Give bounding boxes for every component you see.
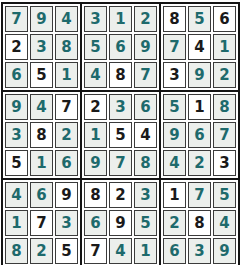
cell-r4c6[interactable]: 6 <box>134 94 157 120</box>
cell-r9c2[interactable]: 2 <box>30 238 53 264</box>
cell-r5c5[interactable]: 5 <box>109 122 132 148</box>
sudoku-box-1-3: 856741392 <box>161 4 238 90</box>
cell-r8c8[interactable]: 8 <box>188 210 211 236</box>
cell-r9c9[interactable]: 9 <box>213 238 236 264</box>
cell-r3c7[interactable]: 3 <box>163 62 186 88</box>
cell-r4c3[interactable]: 7 <box>55 94 78 120</box>
cell-r6c5[interactable]: 7 <box>109 150 132 176</box>
cell-r3c9[interactable]: 2 <box>213 62 236 88</box>
cell-r8c3[interactable]: 3 <box>55 210 78 236</box>
cell-r2c8[interactable]: 4 <box>188 34 211 60</box>
cell-r3c6[interactable]: 7 <box>134 62 157 88</box>
cell-r2c3[interactable]: 8 <box>55 34 78 60</box>
cell-r9c7[interactable]: 6 <box>163 238 186 264</box>
cell-r7c5[interactable]: 2 <box>109 182 132 208</box>
cell-r9c8[interactable]: 3 <box>188 238 211 264</box>
cell-r5c2[interactable]: 8 <box>30 122 53 148</box>
cell-r1c8[interactable]: 5 <box>188 6 211 32</box>
sudoku-box-1-1: 794238651 <box>3 4 80 90</box>
cell-r1c6[interactable]: 2 <box>134 6 157 32</box>
cell-r6c1[interactable]: 5 <box>5 150 28 176</box>
cell-r4c5[interactable]: 3 <box>109 94 132 120</box>
sudoku-box-3-3: 175284639 <box>161 180 238 265</box>
cell-r4c8[interactable]: 1 <box>188 94 211 120</box>
cell-r6c2[interactable]: 1 <box>30 150 53 176</box>
cell-r7c1[interactable]: 4 <box>5 182 28 208</box>
cell-r1c3[interactable]: 4 <box>55 6 78 32</box>
cell-r2c2[interactable]: 3 <box>30 34 53 60</box>
cell-r5c3[interactable]: 2 <box>55 122 78 148</box>
cell-r5c6[interactable]: 4 <box>134 122 157 148</box>
cell-r3c8[interactable]: 9 <box>188 62 211 88</box>
sudoku-page: 7942386513125694878567413929473825162361… <box>0 0 240 265</box>
cell-r1c4[interactable]: 3 <box>84 6 107 32</box>
cell-r5c8[interactable]: 6 <box>188 122 211 148</box>
cell-r1c1[interactable]: 7 <box>5 6 28 32</box>
cell-r8c9[interactable]: 4 <box>213 210 236 236</box>
cell-r7c9[interactable]: 5 <box>213 182 236 208</box>
cell-r5c7[interactable]: 9 <box>163 122 186 148</box>
cell-r8c4[interactable]: 6 <box>84 210 107 236</box>
cell-r9c3[interactable]: 5 <box>55 238 78 264</box>
cell-r1c5[interactable]: 1 <box>109 6 132 32</box>
cell-r4c9[interactable]: 8 <box>213 94 236 120</box>
cell-r2c7[interactable]: 7 <box>163 34 186 60</box>
cell-r6c8[interactable]: 2 <box>188 150 211 176</box>
cell-r7c8[interactable]: 7 <box>188 182 211 208</box>
cell-r6c7[interactable]: 4 <box>163 150 186 176</box>
sudoku-board: 7942386513125694878567413929473825162361… <box>1 2 240 265</box>
cell-r1c9[interactable]: 6 <box>213 6 236 32</box>
cell-r9c1[interactable]: 8 <box>5 238 28 264</box>
cell-r4c2[interactable]: 4 <box>30 94 53 120</box>
cell-r9c5[interactable]: 4 <box>109 238 132 264</box>
sudoku-box-1-2: 312569487 <box>82 4 159 90</box>
cell-r2c9[interactable]: 1 <box>213 34 236 60</box>
cell-r4c7[interactable]: 5 <box>163 94 186 120</box>
cell-r8c6[interactable]: 5 <box>134 210 157 236</box>
cell-r8c7[interactable]: 2 <box>163 210 186 236</box>
sudoku-box-2-2: 236154978 <box>82 92 159 178</box>
cell-r3c1[interactable]: 6 <box>5 62 28 88</box>
cell-r4c4[interactable]: 2 <box>84 94 107 120</box>
sudoku-box-2-1: 947382516 <box>3 92 80 178</box>
cell-r8c5[interactable]: 9 <box>109 210 132 236</box>
sudoku-box-3-2: 823695741 <box>82 180 159 265</box>
cell-r7c2[interactable]: 6 <box>30 182 53 208</box>
cell-r5c4[interactable]: 1 <box>84 122 107 148</box>
cell-r3c5[interactable]: 8 <box>109 62 132 88</box>
cell-r6c4[interactable]: 9 <box>84 150 107 176</box>
cell-r2c4[interactable]: 5 <box>84 34 107 60</box>
cell-r1c2[interactable]: 9 <box>30 6 53 32</box>
cell-r6c9[interactable]: 3 <box>213 150 236 176</box>
cell-r3c3[interactable]: 1 <box>55 62 78 88</box>
cell-r1c7[interactable]: 8 <box>163 6 186 32</box>
cell-r7c6[interactable]: 3 <box>134 182 157 208</box>
cell-r6c3[interactable]: 6 <box>55 150 78 176</box>
cell-r7c4[interactable]: 8 <box>84 182 107 208</box>
cell-r8c1[interactable]: 1 <box>5 210 28 236</box>
cell-r7c7[interactable]: 1 <box>163 182 186 208</box>
cell-r9c4[interactable]: 7 <box>84 238 107 264</box>
cell-r7c3[interactable]: 9 <box>55 182 78 208</box>
cell-r3c4[interactable]: 4 <box>84 62 107 88</box>
cell-r2c5[interactable]: 6 <box>109 34 132 60</box>
cell-r4c1[interactable]: 9 <box>5 94 28 120</box>
cell-r5c9[interactable]: 7 <box>213 122 236 148</box>
cell-r3c2[interactable]: 5 <box>30 62 53 88</box>
cell-r2c1[interactable]: 2 <box>5 34 28 60</box>
cell-r6c6[interactable]: 8 <box>134 150 157 176</box>
sudoku-box-3-1: 469173825 <box>3 180 80 265</box>
cell-r8c2[interactable]: 7 <box>30 210 53 236</box>
cell-r2c6[interactable]: 9 <box>134 34 157 60</box>
sudoku-box-2-3: 518967423 <box>161 92 238 178</box>
cell-r9c6[interactable]: 1 <box>134 238 157 264</box>
cell-r5c1[interactable]: 3 <box>5 122 28 148</box>
